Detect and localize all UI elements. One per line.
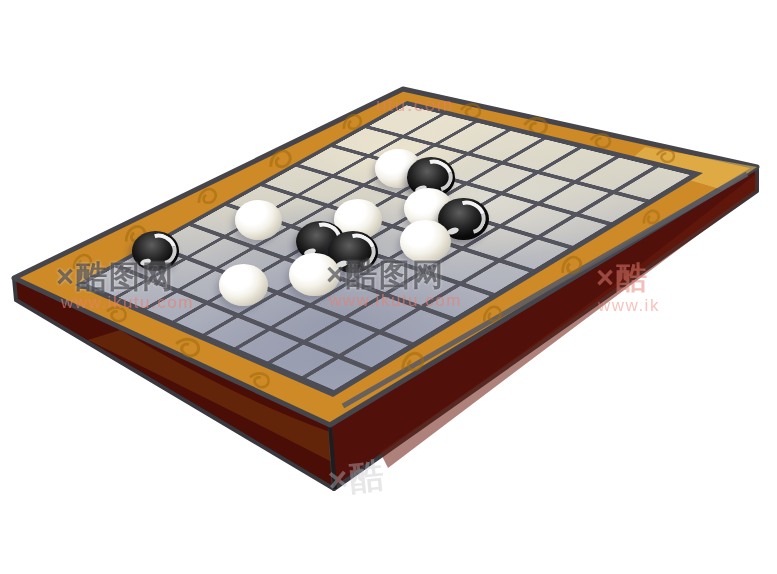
illustration-canvas: utu.com ×酷图网 www.ikutu.com ×酷图网 www.ikut… [0,0,777,574]
